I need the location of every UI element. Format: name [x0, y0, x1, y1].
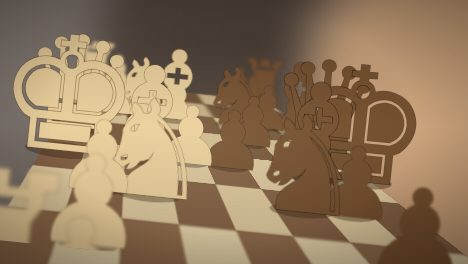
- piece-black-pawn-g7: ♟: [356, 158, 468, 264]
- perspective-wrapper: ♜♟♟♜♟♟♝♟♞♝♞♟♛♟♟♛♚♝♟♟♝♚♟♞♞♟♟♟♜♟♟♜: [0, 0, 468, 264]
- chess-video-frame: ♜♟♟♜♟♟♝♟♞♝♞♟♛♟♟♛♚♝♟♟♝♚♟♞♞♟♟♟♜♟♟♜: [0, 0, 468, 264]
- piece-black-knight-f6: ♞: [239, 83, 374, 249]
- piece-white-rook-h1: ♜: [0, 112, 103, 264]
- chess-pieces-layer: ♜♟♟♜♟♟♝♟♞♝♞♟♛♟♟♛♚♝♟♟♝♚♟♞♞♟♟♟♜♟♟♜: [0, 0, 468, 264]
